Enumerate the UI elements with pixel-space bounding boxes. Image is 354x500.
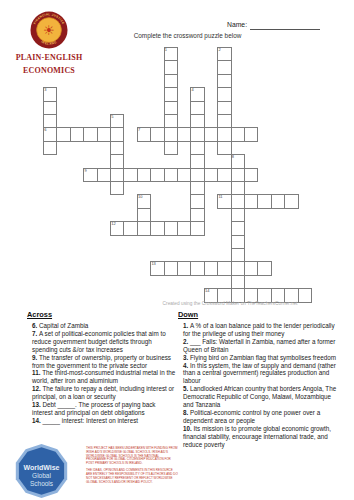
across-clue-list: 6. Capital of Zambia7. A set of politica… [27,322,177,425]
clue-number-2: 2 [218,48,220,52]
grid-cell-r12-c11[interactable] [190,208,204,222]
grid-cell-r6-c10[interactable] [177,127,191,141]
name-label: Name: [227,21,247,28]
grid-cell-r6-c5[interactable] [110,127,124,141]
down-clue-2: 2. ___ Falls: Waterfall in Zambia, named… [183,338,340,354]
grid-cell-r2-c13[interactable] [217,74,231,88]
grid-cell-r13-c8[interactable] [150,221,164,235]
grid-cell-r9-c14[interactable] [231,168,245,182]
grid-cell-r6-c13[interactable] [217,127,231,141]
grid-cell-r6-c9[interactable] [164,127,178,141]
grid-cell-r16-c12[interactable] [204,261,218,275]
clue-number-3: 3 [44,88,46,92]
grid-cell-r9-c8[interactable] [150,168,164,182]
grid-cell-r6-c15[interactable] [244,127,258,141]
grid-cell-r4-c11[interactable] [190,101,204,115]
clue-number-1: 1 [165,48,167,52]
down-heading: Down [178,310,340,319]
grid-cell-r13-c11[interactable] [190,221,204,235]
clue-number-8: 8 [232,155,234,159]
down-clue-1: 1. A % of a loan balance paid to the len… [183,322,340,338]
clue-number-5: 5 [111,115,113,119]
grid-cell-r1-c9[interactable] [164,60,178,74]
badge-text-line1: WorldWise [24,464,60,471]
grid-cell-r5-c13[interactable] [217,114,231,128]
grid-cell-r4-c9[interactable] [164,101,178,115]
grid-cell-r11-c11[interactable] [190,194,204,208]
grid-cell-r5-c9[interactable] [164,114,178,128]
grid-cell-r12-c14[interactable] [231,208,245,222]
grid-cell-r15-c14[interactable] [231,248,245,262]
down-clue-10: 10. Its mission is to promote global eco… [183,425,340,449]
grid-cell-r6-c11[interactable] [190,127,204,141]
grid-cell-r9-c15[interactable] [244,168,258,182]
grid-cell-r7-c0[interactable] [43,141,57,155]
grid-cell-r6-c2[interactable] [70,127,84,141]
financial-justice-ireland-logo: ☀ FINANCIAL JUSTICE IRELAND [30,11,68,49]
badge-inner-decagon [19,447,64,495]
grid-cell-r16-c9[interactable] [164,261,178,275]
instruction-text: Complete the crossword puzzle below [105,32,270,39]
grid-cell-r16-c15[interactable] [244,261,258,275]
down-section: Down 1. A % of a loan balance paid to th… [178,310,340,449]
grid-cell-r9-c6[interactable] [123,168,137,182]
grid-cell-r11-c17[interactable] [271,194,285,208]
grid-cell-r9-c7[interactable] [137,168,151,182]
name-input-line[interactable] [250,29,320,30]
across-clue-11: 11. The third-most-consumed industrial m… [32,369,177,385]
grid-cell-r13-c14[interactable] [231,221,245,235]
grid-cell-r6-c1[interactable] [56,127,70,141]
clue-number-11: 11 [218,195,222,199]
grid-cell-r8-c5[interactable] [110,154,124,168]
down-clue-list: 1. A % of a loan balance paid to the len… [178,322,340,449]
across-section: Across 6. Capital of Zambia7. A set of p… [27,310,177,425]
grid-cell-r10-c5[interactable] [110,181,124,195]
grid-cell-r9-c10[interactable] [177,168,191,182]
grid-cell-r6-c8[interactable] [150,127,164,141]
grid-cell-r9-c13[interactable] [217,168,231,182]
fineprint-paragraph-2: THE IDEAS, OPINIONS AND COMMENTS IN THIS… [86,469,178,484]
grid-cell-r6-c4[interactable] [97,127,111,141]
clue-number-4: 4 [192,88,194,92]
grid-cell-r6-c3[interactable] [83,127,97,141]
clue-number-7: 7 [138,128,140,132]
across-clue-7: 7. A set of political-economic policies … [32,330,177,354]
grid-cell-r7-c13[interactable] [217,141,231,155]
grid-cell-r3-c13[interactable] [217,87,231,101]
grid-cell-r13-c7[interactable] [137,221,151,235]
sun-icon: ☀ [43,23,55,38]
grid-cell-r16-c14[interactable] [231,261,245,275]
across-clue-6: 6. Capital of Zambia [32,322,177,330]
badge-text-line3: Schools [30,480,54,487]
down-clue-3: 3. Flying bird on Zambian flag that symb… [183,354,340,362]
grid-cell-r2-c9[interactable] [164,74,178,88]
grid-cell-r6-c14[interactable] [231,127,245,141]
grid-cell-r3-c9[interactable] [164,87,178,101]
crossword-grid: 1234567891011121314 [43,47,313,303]
grid-cell-r9-c12[interactable] [204,168,218,182]
grid-cell-r9-c11[interactable] [190,168,204,182]
grid-cell-r7-c5[interactable] [110,141,124,155]
worksheet-page: ☀ FINANCIAL JUSTICE IRELAND PLAIN-ENGLIS… [0,0,354,500]
clue-number-10: 10 [138,195,142,199]
grid-cell-r11-c15[interactable] [244,194,258,208]
across-clue-14: 14. _____ interest: Interest on interest [32,417,177,425]
clue-number-6: 6 [44,128,46,132]
grid-cell-r16-c10[interactable] [177,261,191,275]
grid-cell-r9-c5[interactable] [110,168,124,182]
credit-text: Created using the Crossword Maker on The… [135,301,325,306]
grid-cell-r9-c9[interactable] [164,168,178,182]
down-clue-4: 4. In this system, the law of supply and… [183,362,340,386]
grid-cell-r13-c9[interactable] [164,221,178,235]
clue-number-9: 9 [84,169,86,173]
grid-cell-r7-c11[interactable] [190,141,204,155]
grid-cell-r16-c16[interactable] [257,261,271,275]
across-clue-9: 9. The transfer of ownership, property o… [32,354,177,370]
grid-cell-r4-c0[interactable] [43,101,57,115]
grid-cell-r7-c9[interactable] [164,141,178,155]
fineprint-paragraph-1: THIS PROJECT HAS BEEN UNDERTAKEN WITH FU… [86,447,178,466]
clue-number-14: 14 [205,289,209,293]
grid-cell-r11-c14[interactable] [231,194,245,208]
grid-cell-r5-c0[interactable] [43,114,57,128]
grid-cell-r13-c10[interactable] [177,221,191,235]
grid-cell-r8-c11[interactable] [190,154,204,168]
grid-cell-r12-c7[interactable] [137,208,151,222]
grid-cell-r1-c13[interactable] [217,60,231,74]
grid-cell-r4-c13[interactable] [217,101,231,115]
down-clue-8: 8. Political-economic control by one pow… [183,409,340,425]
grid-cell-r6-c12[interactable] [204,127,218,141]
across-clue-13: 13. Debt _____. The process of paying ba… [32,401,177,417]
grid-cell-r11-c18[interactable] [284,194,298,208]
across-heading: Across [27,310,177,319]
down-clue-5: 5. Landlocked African country that borde… [183,385,340,409]
grid-cell-r16-c11[interactable] [190,261,204,275]
funding-fineprint: THIS PROJECT HAS BEEN UNDERTAKEN WITH FU… [86,447,178,488]
across-clue-12: 12. The failure to repay a debt, includi… [32,385,177,401]
grid-cell-r17-c14[interactable] [231,275,245,289]
grid-cell-r11-c16[interactable] [257,194,271,208]
badge-text-line2: Global [32,472,51,479]
grid-cell-r5-c11[interactable] [190,114,204,128]
clue-number-13: 13 [151,262,155,266]
grid-cell-r13-c6[interactable] [123,221,137,235]
worldwise-global-schools-badge: WorldWise Global Schools [13,443,70,499]
grid-cell-r10-c14[interactable] [231,181,245,195]
clue-number-12: 12 [111,222,115,226]
grid-cell-r16-c13[interactable] [217,261,231,275]
grid-cell-r10-c11[interactable] [190,181,204,195]
grid-cell-r14-c14[interactable] [231,235,245,249]
grid-cell-r9-c4[interactable] [97,168,111,182]
